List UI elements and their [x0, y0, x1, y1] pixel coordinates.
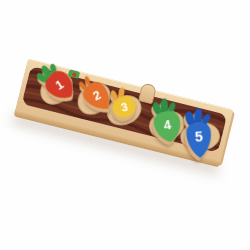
puzzle-piece-5[interactable]: 5 [175, 106, 223, 162]
product-photo-stage: 1 2 3 4 [0, 0, 250, 250]
piece-number: 5 [194, 128, 203, 145]
puzzle-board: 1 2 3 4 [15, 58, 233, 160]
carrot-piece-svg: 5 [175, 106, 223, 162]
